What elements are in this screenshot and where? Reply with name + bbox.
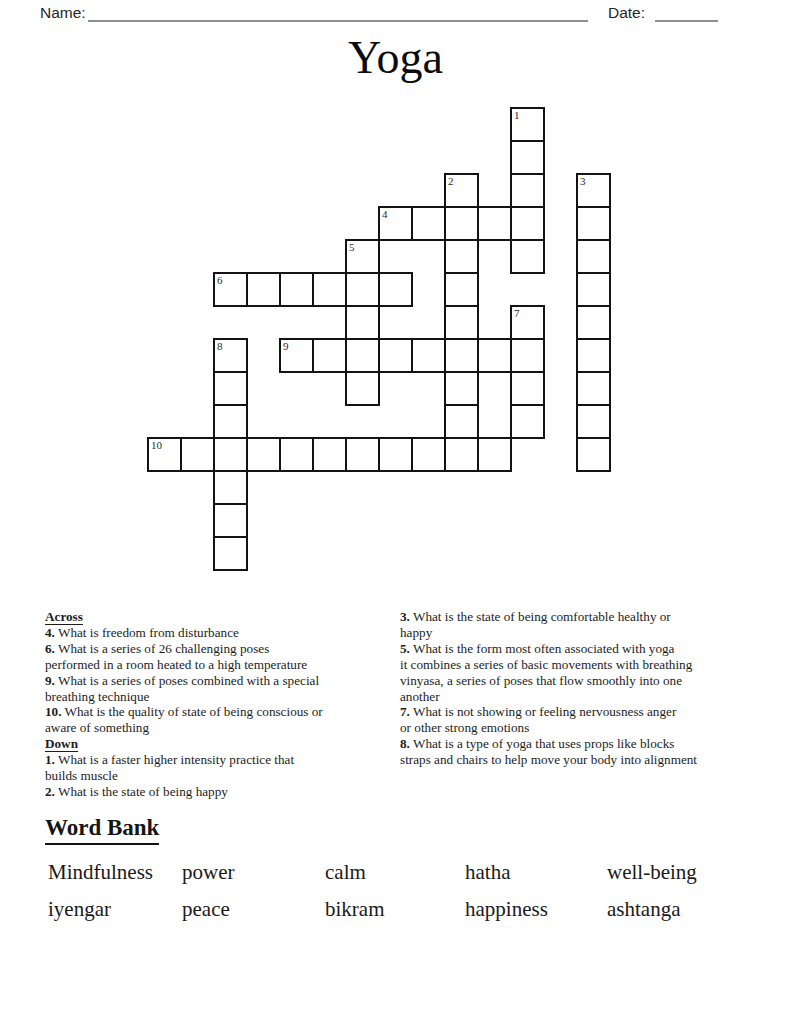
name-label: Name:: [40, 4, 86, 22]
grid-cell[interactable]: [576, 371, 611, 406]
clue: 9. What is a series of poses combined wi…: [45, 673, 401, 705]
date-field-line[interactable]: [655, 3, 718, 22]
grid-cell[interactable]: [576, 239, 611, 274]
grid-cell[interactable]: [345, 272, 380, 307]
grid-cell[interactable]: [444, 272, 479, 307]
cell-number: 10: [151, 439, 162, 452]
word-bank-word: bikram: [325, 895, 465, 924]
across-header: Across: [45, 609, 401, 625]
grid-cell[interactable]: [378, 272, 413, 307]
grid-cell[interactable]: [345, 437, 380, 472]
grid-cell[interactable]: [411, 206, 446, 241]
grid-cell[interactable]: 6: [213, 272, 248, 307]
word-bank-word: Mindfulness: [48, 858, 182, 887]
word-bank-word: iyengar: [48, 895, 182, 924]
grid-cell[interactable]: [444, 239, 479, 274]
grid-cell[interactable]: [510, 206, 545, 241]
grid-cell[interactable]: [510, 338, 545, 373]
word-bank-word: hatha: [465, 858, 607, 887]
clue: 1. What is a faster higher intensity pra…: [45, 752, 401, 784]
grid-cell[interactable]: [279, 272, 314, 307]
grid-cell[interactable]: [378, 338, 413, 373]
crossword-grid: 12345678910: [147, 107, 611, 571]
grid-cell[interactable]: [213, 536, 248, 571]
clue: 2. What is the state of being happy: [45, 784, 401, 800]
grid-cell[interactable]: [345, 305, 380, 340]
cell-number: 3: [580, 175, 586, 188]
cell-number: 8: [217, 340, 223, 353]
grid-cell[interactable]: 3: [576, 173, 611, 208]
word-bank-row-2: iyengarpeacebikramhappinessashtanga: [48, 895, 765, 924]
grid-cell[interactable]: [378, 437, 413, 472]
clue: 3. What is the state of being comfortabl…: [400, 609, 775, 641]
grid-cell[interactable]: [213, 437, 248, 472]
name-field-line[interactable]: [88, 3, 588, 22]
grid-cell[interactable]: [246, 437, 281, 472]
clues-left-column: Across 4. What is freedom from disturban…: [45, 609, 401, 800]
grid-cell[interactable]: [213, 371, 248, 406]
grid-cell[interactable]: [444, 338, 479, 373]
grid-cell[interactable]: [444, 404, 479, 439]
grid-cell[interactable]: [576, 272, 611, 307]
grid-cell[interactable]: 4: [378, 206, 413, 241]
cell-number: 4: [382, 208, 388, 221]
grid-cell[interactable]: [510, 239, 545, 274]
grid-cell[interactable]: [576, 338, 611, 373]
word-bank-word: power: [182, 858, 325, 887]
grid-cell[interactable]: 2: [444, 173, 479, 208]
grid-cell[interactable]: [444, 371, 479, 406]
grid-cell[interactable]: [576, 305, 611, 340]
grid-cell[interactable]: [345, 371, 380, 406]
word-bank-word: calm: [325, 858, 465, 887]
clue: 5. What is the form most often associate…: [400, 641, 775, 705]
word-bank-word: ashtanga: [607, 895, 765, 924]
grid-cell[interactable]: [444, 305, 479, 340]
word-bank-word: well-being: [607, 858, 765, 887]
grid-cell[interactable]: [444, 206, 479, 241]
grid-cell[interactable]: [246, 272, 281, 307]
cell-number: 6: [217, 274, 223, 287]
cell-number: 2: [448, 175, 454, 188]
grid-cell[interactable]: [510, 404, 545, 439]
grid-cell[interactable]: [576, 437, 611, 472]
word-bank-word: happiness: [465, 895, 607, 924]
grid-cell[interactable]: [411, 437, 446, 472]
grid-cell[interactable]: [213, 470, 248, 505]
grid-cell[interactable]: 10: [147, 437, 182, 472]
grid-cell[interactable]: [312, 437, 347, 472]
clue: 6. What is a series of 26 challenging po…: [45, 641, 401, 673]
clue: 7. What is not showing or feeling nervou…: [400, 704, 775, 736]
grid-cell[interactable]: [576, 404, 611, 439]
word-bank-row-1: Mindfulnesspowercalmhathawell-being: [48, 858, 765, 887]
down-clues-left: 1. What is a faster higher intensity pra…: [45, 752, 401, 800]
clues-right-column: 3. What is the state of being comfortabl…: [400, 609, 775, 768]
grid-cell[interactable]: [213, 404, 248, 439]
clue: 4. What is freedom from disturbance: [45, 625, 401, 641]
word-bank-header: Word Bank: [45, 814, 765, 845]
grid-cell[interactable]: [312, 272, 347, 307]
cell-number: 5: [349, 241, 355, 254]
grid-cell[interactable]: [510, 371, 545, 406]
cell-number: 9: [283, 340, 289, 353]
grid-cell[interactable]: [444, 437, 479, 472]
grid-cell[interactable]: [312, 338, 347, 373]
clue: 8. What is a type of yoga that uses prop…: [400, 736, 775, 768]
worksheet-page: Name: Date: Yoga 12345678910 Across 4. W…: [0, 0, 791, 1024]
down-clues-right: 3. What is the state of being comfortabl…: [400, 609, 775, 768]
across-clues: 4. What is freedom from disturbance6. Wh…: [45, 625, 401, 736]
page-title: Yoga: [0, 33, 791, 84]
grid-cell[interactable]: 5: [345, 239, 380, 274]
grid-cell[interactable]: 7: [510, 305, 545, 340]
date-label: Date:: [608, 4, 645, 22]
cell-number: 7: [514, 307, 520, 320]
down-header: Down: [45, 736, 401, 752]
grid-cell[interactable]: [279, 437, 314, 472]
grid-cell[interactable]: 8: [213, 338, 248, 373]
word-bank: Word Bank Mindfulnesspowercalmhathawell-…: [45, 814, 765, 924]
grid-cell[interactable]: 1: [510, 107, 545, 142]
grid-cell[interactable]: [345, 338, 380, 373]
grid-cell[interactable]: [477, 206, 512, 241]
grid-cell[interactable]: [510, 173, 545, 208]
cell-number: 1: [514, 109, 520, 122]
grid-cell[interactable]: 9: [279, 338, 314, 373]
grid-cell[interactable]: [477, 338, 512, 373]
grid-cell[interactable]: [411, 338, 446, 373]
grid-cell[interactable]: [180, 437, 215, 472]
grid-cell[interactable]: [213, 503, 248, 538]
clue: 10. What is the quality of state of bein…: [45, 704, 401, 736]
grid-cell[interactable]: [477, 437, 512, 472]
word-bank-word: peace: [182, 895, 325, 924]
grid-cell[interactable]: [510, 140, 545, 175]
grid-cell[interactable]: [576, 206, 611, 241]
